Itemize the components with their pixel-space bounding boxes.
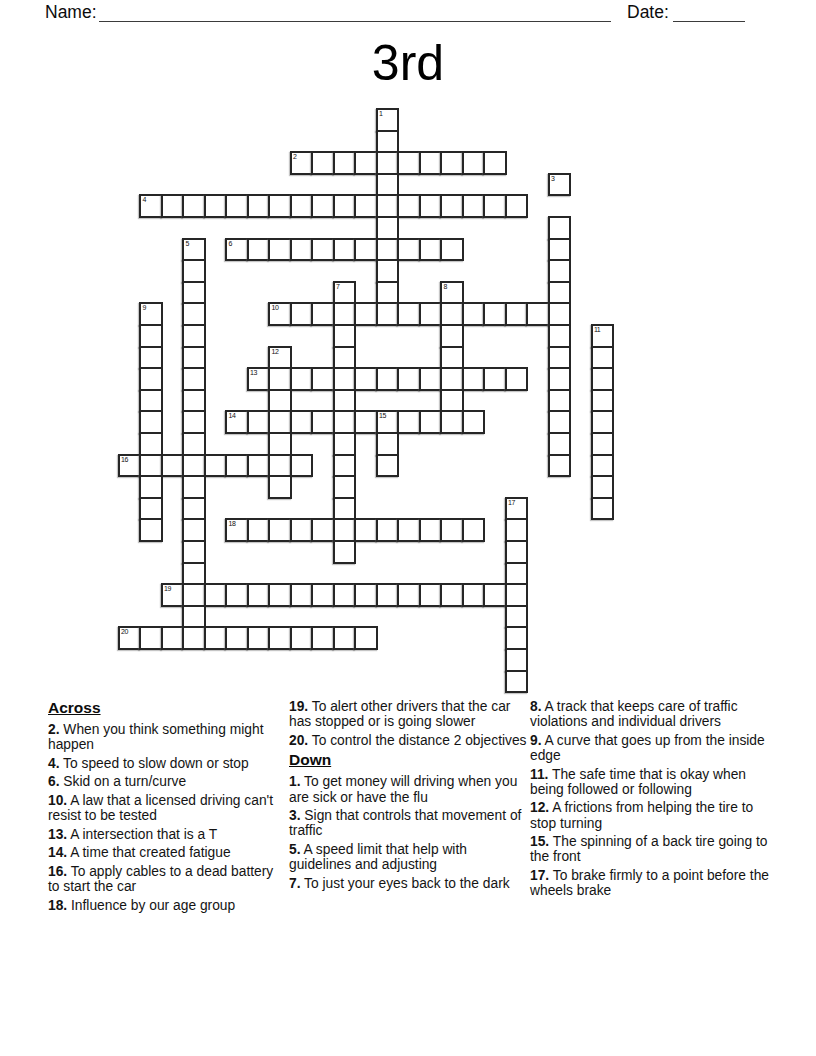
grid-cell[interactable] — [333, 194, 357, 218]
clue-number-label: 18. — [48, 898, 67, 913]
grid-cell[interactable] — [247, 454, 271, 478]
grid-cell[interactable]: 8 — [440, 281, 464, 305]
down-heading: Down — [289, 751, 529, 769]
grid-cell[interactable] — [333, 626, 357, 650]
grid-cell[interactable] — [161, 194, 185, 218]
clue-number-label: 8. — [530, 699, 542, 714]
grid-cell[interactable] — [505, 562, 529, 586]
grid-cell[interactable] — [440, 324, 464, 348]
cell-number: 18 — [229, 520, 236, 528]
clue-number-label: 14. — [48, 845, 67, 860]
grid-cell[interactable] — [419, 238, 443, 262]
grid-cell[interactable] — [139, 346, 163, 370]
grid-cell[interactable]: 19 — [161, 583, 185, 607]
clue-text: To get money will driving when you are s… — [289, 774, 517, 804]
cell-number: 12 — [272, 348, 279, 356]
grid-cell[interactable] — [182, 367, 206, 391]
grid-cell[interactable]: 4 — [139, 194, 163, 218]
grid-cell[interactable] — [376, 216, 400, 240]
grid-cell[interactable] — [182, 194, 206, 218]
grid-cell[interactable] — [548, 302, 572, 326]
grid-cell[interactable]: 2 — [290, 151, 314, 175]
clue-text: Sign that controls that movement of traf… — [289, 808, 521, 838]
grid-cell[interactable] — [483, 194, 507, 218]
grid-cell[interactable] — [247, 583, 271, 607]
grid-cell[interactable] — [505, 670, 529, 694]
grid-cell[interactable] — [591, 454, 615, 478]
grid-cell[interactable] — [483, 151, 507, 175]
grid-cell[interactable] — [268, 410, 292, 434]
grid-cell[interactable] — [376, 432, 400, 456]
grid-cell[interactable] — [182, 410, 206, 434]
grid-cell[interactable] — [311, 410, 335, 434]
grid-cell[interactable]: 5 — [182, 238, 206, 262]
grid-cell[interactable] — [376, 173, 400, 197]
grid-cell[interactable] — [483, 302, 507, 326]
grid-cell[interactable] — [354, 583, 378, 607]
grid-cell[interactable] — [440, 410, 464, 434]
cell-number: 4 — [143, 196, 146, 204]
grid-cell[interactable] — [440, 346, 464, 370]
grid-cell[interactable] — [333, 475, 357, 499]
clue-text: A track that keeps care of traffic viola… — [530, 699, 738, 729]
grid-cell[interactable] — [376, 302, 400, 326]
grid-cell[interactable] — [182, 259, 206, 283]
grid-cell[interactable] — [204, 454, 228, 478]
clue-number-label: 10. — [48, 793, 67, 808]
grid-cell[interactable]: 17 — [505, 497, 529, 521]
clue-down-3: 3. Sign that controls that movement of t… — [289, 808, 529, 838]
clue-number-label: 17. — [530, 868, 549, 883]
cell-number: 20 — [121, 628, 128, 636]
grid-cell[interactable] — [591, 410, 615, 434]
grid-cell[interactable] — [268, 389, 292, 413]
clue-down-8: 8. A track that keeps care of traffic vi… — [530, 699, 770, 729]
clue-text: To just your eyes back to the dark — [304, 876, 510, 891]
grid-cell[interactable] — [182, 497, 206, 521]
clue-number-label: 6. — [48, 774, 60, 789]
cell-number: 8 — [444, 283, 447, 291]
grid-cell[interactable] — [268, 432, 292, 456]
grid-cell[interactable] — [333, 540, 357, 564]
grid-cell[interactable] — [462, 151, 486, 175]
clue-number-label: 1. — [289, 774, 301, 789]
grid-cell[interactable] — [376, 238, 400, 262]
clue-down-12: 12. A frictions from helping the tire to… — [530, 800, 770, 830]
clues-column-2: 19. To alert other drivers that the car … — [289, 699, 529, 894]
grid-cell[interactable] — [462, 194, 486, 218]
grid-cell[interactable] — [440, 302, 464, 326]
grid-cell[interactable] — [376, 194, 400, 218]
cell-number: 19 — [164, 585, 171, 593]
grid-cell[interactable] — [311, 367, 335, 391]
clue-down-11: 11. The safe time that is okay when bein… — [530, 767, 770, 797]
grid-cell[interactable] — [397, 518, 421, 542]
grid-cell[interactable] — [333, 583, 357, 607]
grid-cell[interactable] — [505, 626, 529, 650]
clue-down-5: 5. A speed limit that help with guidelin… — [289, 842, 529, 872]
grid-cell[interactable] — [505, 583, 529, 607]
clue-number-label: 5. — [289, 842, 301, 857]
clue-across-10: 10. A law that a licensed driving can't … — [48, 793, 288, 823]
clue-text: To brake firmly to a point before the wh… — [530, 868, 769, 898]
grid-cell[interactable] — [505, 367, 529, 391]
grid-cell[interactable] — [591, 497, 615, 521]
grid-cell[interactable] — [290, 410, 314, 434]
cell-number: 5 — [186, 240, 189, 248]
grid-cell[interactable]: 6 — [225, 238, 249, 262]
grid-cell[interactable] — [548, 238, 572, 262]
grid-cell[interactable] — [419, 410, 443, 434]
grid-cell[interactable] — [311, 238, 335, 262]
grid-cell[interactable] — [333, 518, 357, 542]
grid-cell[interactable] — [376, 259, 400, 283]
clue-across-13: 13. A intersection that is a T — [48, 827, 288, 842]
clues-column-3: 8. A track that keeps care of traffic vi… — [530, 699, 770, 902]
clue-down-17: 17. To brake firmly to a point before th… — [530, 868, 770, 898]
grid-cell[interactable] — [139, 454, 163, 478]
worksheet-page: Name: Date: 3rd 123456789101112131415161… — [0, 0, 816, 1056]
grid-cell[interactable] — [182, 605, 206, 629]
grid-cell[interactable] — [333, 367, 357, 391]
grid-cell[interactable] — [311, 151, 335, 175]
grid-cell[interactable]: 16 — [118, 454, 142, 478]
grid-cell[interactable] — [139, 518, 163, 542]
grid-cell[interactable] — [505, 648, 529, 672]
grid-cell[interactable] — [268, 194, 292, 218]
grid-cell[interactable] — [376, 151, 400, 175]
grid-cell[interactable] — [591, 367, 615, 391]
grid-cell[interactable] — [548, 281, 572, 305]
grid-cell[interactable] — [440, 583, 464, 607]
clue-text: To apply cables to a dead battery to sta… — [48, 864, 273, 894]
grid-cell[interactable] — [397, 367, 421, 391]
grid-cell[interactable]: 13 — [247, 367, 271, 391]
grid-cell[interactable] — [591, 389, 615, 413]
grid-cell[interactable] — [483, 583, 507, 607]
grid-cell[interactable] — [333, 302, 357, 326]
grid-cell[interactable] — [333, 432, 357, 456]
grid-cell[interactable]: 11 — [591, 324, 615, 348]
grid-cell[interactable] — [419, 302, 443, 326]
clue-number-label: 9. — [530, 733, 542, 748]
grid-cell[interactable] — [139, 432, 163, 456]
grid-cell[interactable] — [419, 583, 443, 607]
grid-cell[interactable]: 15 — [376, 410, 400, 434]
clue-across-6: 6. Skid on a turn/curve — [48, 774, 288, 789]
grid-cell[interactable] — [505, 302, 529, 326]
grid-cell[interactable] — [182, 583, 206, 607]
grid-cell[interactable] — [376, 454, 400, 478]
grid-cell[interactable] — [161, 454, 185, 478]
grid-cell[interactable] — [225, 454, 249, 478]
puzzle-title: 3rd — [0, 34, 816, 92]
grid-cell[interactable] — [419, 367, 443, 391]
grid-cell[interactable] — [182, 540, 206, 564]
grid-cell[interactable] — [182, 475, 206, 499]
grid-cell[interactable] — [182, 389, 206, 413]
grid-cell[interactable] — [591, 475, 615, 499]
grid-cell[interactable] — [440, 151, 464, 175]
grid-cell[interactable]: 10 — [268, 302, 292, 326]
grid-cell[interactable] — [397, 583, 421, 607]
grid-cell[interactable] — [462, 302, 486, 326]
grid-cell[interactable] — [376, 281, 400, 305]
grid-cell[interactable] — [268, 367, 292, 391]
clue-number-label: 3. — [289, 808, 301, 823]
clue-number-label: 7. — [289, 876, 301, 891]
clue-number-label: 20. — [289, 733, 308, 748]
clue-number-label: 16. — [48, 864, 67, 879]
cell-number: 13 — [250, 369, 257, 377]
grid-cell[interactable] — [333, 151, 357, 175]
grid-cell[interactable] — [290, 518, 314, 542]
clue-down-1: 1. To get money will driving when you ar… — [289, 774, 529, 804]
grid-cell[interactable]: 7 — [333, 281, 357, 305]
clue-text: To speed to slow down or stop — [63, 756, 249, 771]
grid-cell[interactable] — [333, 238, 357, 262]
grid-cell[interactable] — [139, 626, 163, 650]
clue-text: The safe time that is okay when being fo… — [530, 767, 746, 797]
date-blank-line — [673, 3, 745, 22]
grid-cell[interactable] — [290, 626, 314, 650]
grid-cell[interactable] — [268, 626, 292, 650]
grid-cell[interactable] — [397, 151, 421, 175]
grid-cell[interactable] — [419, 518, 443, 542]
grid-cell[interactable] — [204, 583, 228, 607]
grid-cell[interactable] — [182, 302, 206, 326]
grid-cell[interactable] — [440, 194, 464, 218]
grid-cell[interactable] — [548, 432, 572, 456]
grid-cell[interactable] — [548, 410, 572, 434]
grid-cell[interactable] — [333, 410, 357, 434]
grid-cell[interactable]: 3 — [548, 173, 572, 197]
cell-number: 2 — [293, 153, 296, 161]
grid-cell[interactable] — [440, 238, 464, 262]
grid-cell[interactable] — [333, 497, 357, 521]
clue-across-19: 19. To alert other drivers that the car … — [289, 699, 529, 729]
clue-number-label: 4. — [48, 756, 60, 771]
across-heading: Across — [48, 699, 288, 717]
grid-cell[interactable] — [397, 238, 421, 262]
grid-cell[interactable] — [505, 518, 529, 542]
clue-text: Influence by our age group — [71, 898, 235, 913]
grid-cell[interactable] — [247, 238, 271, 262]
grid-cell[interactable] — [354, 151, 378, 175]
grid-cell[interactable] — [526, 302, 550, 326]
grid-cell[interactable] — [548, 324, 572, 348]
grid-cell[interactable]: 18 — [225, 518, 249, 542]
grid-cell[interactable] — [139, 410, 163, 434]
grid-cell[interactable]: 1 — [376, 108, 400, 132]
grid-cell[interactable] — [268, 475, 292, 499]
grid-cell[interactable] — [182, 281, 206, 305]
grid-cell[interactable] — [354, 302, 378, 326]
grid-cell[interactable] — [182, 324, 206, 348]
grid-cell[interactable] — [182, 432, 206, 456]
clue-number-label: 12. — [530, 800, 549, 815]
grid-cell[interactable]: 20 — [118, 626, 142, 650]
grid-cell[interactable] — [354, 238, 378, 262]
grid-cell[interactable] — [311, 194, 335, 218]
cell-number: 15 — [379, 412, 386, 420]
grid-cell[interactable] — [505, 540, 529, 564]
grid-cell[interactable] — [376, 518, 400, 542]
grid-cell[interactable] — [247, 410, 271, 434]
clue-text: A frictions from helping the tire to sto… — [530, 800, 753, 830]
grid-cell[interactable] — [483, 367, 507, 391]
clue-number-label: 15. — [530, 834, 549, 849]
clues-column-1: Across2. When you think something might … — [48, 699, 288, 916]
grid-cell[interactable] — [161, 626, 185, 650]
grid-cell[interactable] — [139, 367, 163, 391]
clue-down-15: 15. The spinning of a back tire going to… — [530, 834, 770, 864]
cell-number: 17 — [508, 499, 515, 507]
cell-number: 1 — [379, 110, 382, 118]
grid-cell[interactable] — [376, 367, 400, 391]
grid-cell[interactable] — [268, 518, 292, 542]
grid-cell[interactable] — [462, 410, 486, 434]
cell-number: 16 — [121, 456, 128, 464]
grid-cell[interactable] — [182, 454, 206, 478]
grid-cell[interactable] — [354, 626, 378, 650]
clue-text: To control the distance 2 objectives — [312, 733, 527, 748]
grid-cell[interactable] — [139, 324, 163, 348]
grid-cell[interactable] — [268, 454, 292, 478]
grid-cell[interactable] — [591, 346, 615, 370]
grid-cell[interactable] — [548, 259, 572, 283]
grid-cell[interactable] — [440, 367, 464, 391]
clue-text: A time that created fatigue — [70, 845, 230, 860]
grid-cell[interactable] — [333, 346, 357, 370]
grid-cell[interactable] — [354, 367, 378, 391]
grid-cell[interactable] — [440, 518, 464, 542]
grid-cell[interactable]: 14 — [225, 410, 249, 434]
grid-cell[interactable] — [376, 130, 400, 154]
grid-cell[interactable] — [182, 626, 206, 650]
grid-cell[interactable] — [548, 346, 572, 370]
grid-cell[interactable] — [354, 518, 378, 542]
grid-cell[interactable] — [247, 626, 271, 650]
grid-cell[interactable] — [548, 367, 572, 391]
grid-cell[interactable] — [333, 324, 357, 348]
grid-cell[interactable] — [290, 454, 314, 478]
date-label: Date: — [627, 2, 669, 23]
name-label: Name: — [45, 2, 97, 23]
clue-text: The spinning of a back tire going to the… — [530, 834, 768, 864]
clue-number-label: 13. — [48, 827, 67, 842]
clue-text: A curve that goes up from the inside edg… — [530, 733, 765, 763]
grid-cell[interactable] — [247, 518, 271, 542]
grid-cell[interactable] — [290, 367, 314, 391]
grid-cell[interactable] — [505, 605, 529, 629]
clue-down-7: 7. To just your eyes back to the dark — [289, 876, 529, 891]
grid-cell[interactable] — [204, 626, 228, 650]
clue-across-16: 16. To apply cables to a dead battery to… — [48, 864, 288, 894]
grid-cell[interactable] — [225, 626, 249, 650]
clue-across-18: 18. Influence by our age group — [48, 898, 288, 913]
clue-down-9: 9. A curve that goes up from the inside … — [530, 733, 770, 763]
grid-cell[interactable] — [139, 389, 163, 413]
grid-cell[interactable] — [397, 194, 421, 218]
grid-cell[interactable] — [376, 583, 400, 607]
grid-cell[interactable] — [182, 562, 206, 586]
clue-text: A speed limit that help with guidelines … — [289, 842, 467, 872]
grid-cell[interactable] — [290, 583, 314, 607]
clue-number-label: 2. — [48, 722, 60, 737]
grid-cell[interactable] — [268, 238, 292, 262]
grid-cell[interactable] — [290, 238, 314, 262]
grid-cell[interactable] — [333, 389, 357, 413]
clue-text: Skid on a turn/curve — [63, 774, 186, 789]
grid-cell[interactable] — [397, 410, 421, 434]
grid-cell[interactable] — [182, 518, 206, 542]
grid-cell[interactable] — [397, 302, 421, 326]
clue-text: A law that a licensed driving can't resi… — [48, 793, 273, 823]
grid-cell[interactable] — [505, 194, 529, 218]
name-blank-line — [99, 3, 611, 22]
cell-number: 11 — [594, 326, 600, 334]
grid-cell[interactable]: 12 — [268, 346, 292, 370]
cell-number: 6 — [229, 240, 232, 248]
grid-cell[interactable]: 9 — [139, 302, 163, 326]
grid-cell[interactable] — [139, 497, 163, 521]
grid-cell[interactable] — [462, 518, 486, 542]
grid-cell[interactable] — [204, 194, 228, 218]
grid-cell[interactable] — [311, 518, 335, 542]
cell-number: 10 — [272, 304, 279, 312]
grid-cell[interactable] — [333, 454, 357, 478]
clue-text: To alert other drivers that the car has … — [289, 699, 510, 729]
cell-number: 3 — [551, 175, 554, 183]
grid-cell[interactable] — [311, 302, 335, 326]
grid-cell[interactable] — [247, 194, 271, 218]
clue-text: A intersection that is a T — [70, 827, 217, 842]
clue-across-2: 2. When you think something might happen — [48, 722, 288, 752]
grid-cell[interactable] — [225, 194, 249, 218]
clue-number-label: 19. — [289, 699, 308, 714]
grid-cell[interactable] — [419, 194, 443, 218]
clue-across-20: 20. To control the distance 2 objectives — [289, 733, 529, 748]
grid-cell[interactable] — [591, 432, 615, 456]
grid-cell[interactable] — [225, 583, 249, 607]
cell-number: 9 — [143, 304, 146, 312]
cell-number: 14 — [229, 412, 236, 420]
grid-cell[interactable] — [462, 583, 486, 607]
grid-cell[interactable] — [548, 216, 572, 240]
cell-number: 7 — [336, 283, 339, 291]
grid-cell[interactable] — [462, 367, 486, 391]
clue-across-4: 4. To speed to slow down or stop — [48, 756, 288, 771]
clue-across-14: 14. A time that created fatigue — [48, 845, 288, 860]
grid-cell[interactable] — [419, 151, 443, 175]
grid-cell[interactable] — [311, 583, 335, 607]
clue-text: When you think something might happen — [48, 722, 264, 752]
grid-cell[interactable] — [354, 194, 378, 218]
grid-cell[interactable] — [440, 389, 464, 413]
grid-cell[interactable] — [354, 410, 378, 434]
grid-cell[interactable] — [290, 194, 314, 218]
grid-cell[interactable] — [182, 346, 206, 370]
clue-number-label: 11. — [530, 767, 548, 782]
grid-cell[interactable] — [139, 475, 163, 499]
grid-cell[interactable] — [268, 583, 292, 607]
grid-cell[interactable] — [311, 626, 335, 650]
grid-cell[interactable] — [548, 389, 572, 413]
grid-cell[interactable] — [290, 302, 314, 326]
grid-cell[interactable] — [548, 454, 572, 478]
